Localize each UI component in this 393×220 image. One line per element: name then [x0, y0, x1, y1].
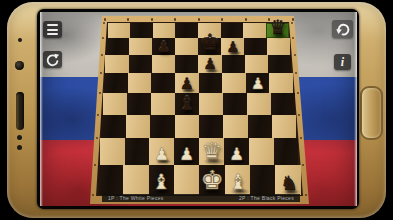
square-h5[interactable]: [269, 73, 293, 93]
square-c8[interactable]: [153, 23, 176, 38]
frame-tick: [300, 137, 302, 139]
chess-board[interactable]: [40, 12, 357, 206]
frame-tick: [92, 194, 94, 196]
square-a7[interactable]: [106, 38, 129, 55]
piece-black-pawn-c7[interactable]: ♟: [157, 40, 170, 55]
frame-tick: [100, 72, 102, 74]
square-h7[interactable]: [267, 38, 290, 55]
square-g8[interactable]: [243, 23, 266, 38]
frame-tick: [96, 137, 98, 139]
frame-tick: [302, 164, 304, 166]
square-g2[interactable]: [249, 138, 274, 165]
square-g1[interactable]: [250, 165, 275, 195]
status-bar: 1P : The White Pieces 2P : The Black Pie…: [102, 194, 300, 202]
frame-tick: [104, 18, 106, 21]
frame-tick: [103, 22, 105, 24]
piece-white-bishop-c1[interactable]: ♝: [152, 172, 171, 193]
square-c6[interactable]: [152, 55, 175, 73]
square-f8[interactable]: [221, 23, 244, 38]
square-d6[interactable]: [175, 55, 198, 73]
frame-tick: [151, 18, 153, 21]
piece-white-pawn-g5[interactable]: ♟: [251, 76, 265, 92]
frame-tick: [221, 18, 223, 21]
square-d3[interactable]: [175, 115, 199, 138]
undo-icon: [335, 22, 351, 37]
rotate-board-button[interactable]: [43, 51, 62, 68]
sensor-dot: [17, 135, 22, 140]
info-button[interactable]: i: [334, 54, 351, 70]
home-button[interactable]: [360, 86, 383, 140]
info-icon: i: [341, 56, 344, 68]
square-b7[interactable]: [129, 38, 152, 55]
square-b6[interactable]: [129, 55, 152, 73]
square-f6[interactable]: [222, 55, 245, 73]
square-b3[interactable]: [126, 115, 150, 138]
square-b8[interactable]: [130, 23, 153, 38]
frame-tick: [97, 114, 99, 116]
square-g6[interactable]: [245, 55, 268, 73]
square-b5[interactable]: [128, 73, 152, 93]
piece-black-bishop-d4[interactable]: ♝: [178, 94, 195, 113]
rotate-icon: [45, 53, 60, 67]
frame-tick: [198, 18, 200, 21]
hamburger-icon: [47, 24, 58, 35]
frame-tick: [102, 37, 104, 39]
square-f4[interactable]: [223, 93, 247, 115]
square-a5[interactable]: [104, 73, 128, 93]
status-left: 1P : The White Pieces: [108, 195, 164, 201]
frame-tick: [292, 18, 294, 21]
square-a3[interactable]: [101, 115, 125, 138]
square-h3[interactable]: [272, 115, 296, 138]
proximity-sensor: [18, 38, 22, 42]
piece-black-knight-h1[interactable]: ♞: [280, 173, 298, 193]
square-a6[interactable]: [105, 55, 128, 73]
square-a1[interactable]: [98, 165, 123, 195]
piece-white-pawn-f2[interactable]: ♟: [229, 146, 244, 163]
frame-tick: [294, 54, 296, 56]
square-b1[interactable]: [123, 165, 148, 195]
square-g3[interactable]: [248, 115, 272, 138]
square-h2[interactable]: [274, 138, 299, 165]
square-h6[interactable]: [268, 55, 291, 73]
status-right: 2P : The Black Pieces: [239, 195, 294, 201]
square-h4[interactable]: [271, 93, 295, 115]
square-a8[interactable]: [108, 23, 131, 38]
square-g7[interactable]: [244, 38, 267, 55]
piece-black-pawn-d5[interactable]: ♟: [180, 76, 194, 92]
frame-tick: [99, 92, 101, 94]
piece-black-pawn-f7[interactable]: ♟: [226, 40, 239, 55]
frame-tick: [94, 164, 96, 166]
frame-tick: [174, 18, 176, 21]
piece-black-queen-h8[interactable]: ♛: [269, 18, 287, 38]
square-d8[interactable]: [175, 23, 198, 38]
front-camera: [15, 61, 24, 70]
square-c5[interactable]: [151, 73, 175, 93]
phone-screenshot: ♛♟♚♟♟♟♝♞♟♟♟♛♟♝♚♝ 1P : The White Pieces 2…: [0, 0, 393, 220]
earpiece-speaker: [16, 92, 24, 130]
frame-tick: [127, 18, 129, 21]
square-c4[interactable]: [151, 93, 175, 115]
square-b2[interactable]: [125, 138, 150, 165]
undo-button[interactable]: [332, 20, 353, 38]
piece-white-pawn-d2[interactable]: ♟: [179, 146, 194, 163]
frame-tick: [245, 18, 247, 21]
square-e5[interactable]: [199, 73, 223, 93]
frame-tick: [295, 72, 297, 74]
frame-tick: [101, 54, 103, 56]
square-b4[interactable]: [127, 93, 151, 115]
frame-tick: [298, 114, 300, 116]
square-c3[interactable]: [150, 115, 174, 138]
menu-button[interactable]: [43, 21, 62, 38]
sensor-dot-2: [17, 145, 22, 150]
frame-tick: [292, 37, 294, 39]
square-g4[interactable]: [247, 93, 271, 115]
piece-white-pawn-c2[interactable]: ♟: [154, 146, 169, 163]
square-d1[interactable]: [174, 165, 199, 195]
square-a4[interactable]: [103, 93, 127, 115]
piece-white-king-e1[interactable]: ♚: [201, 167, 224, 193]
frame-tick: [297, 92, 299, 94]
frame-tick: [305, 194, 307, 196]
square-d7[interactable]: [175, 38, 198, 55]
piece-white-bishop-f1[interactable]: ♝: [228, 172, 247, 193]
piece-black-pawn-e6[interactable]: ♟: [203, 57, 217, 72]
piece-black-king-e7[interactable]: ♚: [200, 32, 220, 54]
square-f5[interactable]: [222, 73, 246, 93]
app-display: ♛♟♚♟♟♟♝♞♟♟♟♛♟♝♚♝ 1P : The White Pieces 2…: [40, 12, 357, 206]
square-e3[interactable]: [199, 115, 223, 138]
square-e4[interactable]: [199, 93, 223, 115]
frame-tick: [291, 22, 293, 24]
piece-white-queen-e2[interactable]: ♛: [201, 140, 222, 163]
square-a2[interactable]: [100, 138, 125, 165]
square-f3[interactable]: [223, 115, 247, 138]
